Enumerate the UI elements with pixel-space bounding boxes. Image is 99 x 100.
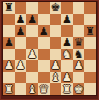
square-c1[interactable]: ♝: [26, 83, 38, 95]
white-pawn[interactable]: ♟: [16, 60, 26, 71]
square-h3[interactable]: [84, 60, 96, 72]
square-g1[interactable]: ♚: [73, 83, 85, 95]
square-a3[interactable]: ♟: [3, 60, 15, 72]
white-king[interactable]: ♚: [74, 83, 84, 94]
square-e5[interactable]: [50, 37, 62, 49]
square-h8[interactable]: [84, 2, 96, 14]
black-pawn[interactable]: ♟: [39, 25, 49, 36]
square-b6[interactable]: ♟: [15, 25, 27, 37]
square-e4[interactable]: [50, 49, 62, 61]
white-pawn[interactable]: ♟: [62, 72, 72, 83]
square-b2[interactable]: [15, 72, 27, 84]
white-pawn[interactable]: ♟: [27, 49, 37, 60]
square-d7[interactable]: [38, 14, 50, 26]
square-e7[interactable]: [50, 14, 62, 26]
chess-board: ♜♚♟♟♟♟♟♜♟♟♛♟♞♞♟♟♟♟♝♟♜♝♛♜♚: [3, 2, 96, 95]
square-a4[interactable]: [3, 49, 15, 61]
white-pawn[interactable]: ♟: [50, 60, 60, 71]
white-rook[interactable]: ♜: [4, 83, 14, 94]
black-rook[interactable]: ♜: [4, 2, 14, 13]
white-rook[interactable]: ♜: [62, 83, 72, 94]
square-b1[interactable]: [15, 83, 27, 95]
white-knight[interactable]: ♞: [62, 49, 72, 60]
square-g4[interactable]: ♞: [73, 49, 85, 61]
square-d1[interactable]: ♛: [38, 83, 50, 95]
square-f6[interactable]: [61, 25, 73, 37]
square-f7[interactable]: ♟: [61, 14, 73, 26]
square-g7[interactable]: [73, 14, 85, 26]
square-b5[interactable]: [15, 37, 27, 49]
square-a2[interactable]: [3, 72, 15, 84]
square-e8[interactable]: ♚: [50, 2, 62, 14]
square-c5[interactable]: [26, 37, 38, 49]
black-rook[interactable]: ♜: [85, 25, 95, 36]
square-c2[interactable]: [26, 72, 38, 84]
square-d4[interactable]: [38, 49, 50, 61]
black-pawn[interactable]: ♟: [62, 14, 72, 25]
black-queen[interactable]: ♛: [74, 37, 84, 48]
square-d2[interactable]: [38, 72, 50, 84]
square-g6[interactable]: [73, 25, 85, 37]
square-d6[interactable]: ♟: [38, 25, 50, 37]
board-frame: ♜♚♟♟♟♟♟♜♟♟♛♟♞♞♟♟♟♟♝♟♜♝♛♜♚: [0, 0, 99, 100]
square-h7[interactable]: [84, 14, 96, 26]
white-pawn[interactable]: ♟: [74, 60, 84, 71]
black-king[interactable]: ♚: [50, 2, 60, 13]
square-h1[interactable]: [84, 83, 96, 95]
square-a1[interactable]: ♜: [3, 83, 15, 95]
black-pawn[interactable]: ♟: [27, 14, 37, 25]
square-h5[interactable]: [84, 37, 96, 49]
square-a7[interactable]: [3, 14, 15, 26]
black-pawn[interactable]: ♟: [62, 37, 72, 48]
square-d3[interactable]: [38, 60, 50, 72]
square-h2[interactable]: [84, 72, 96, 84]
square-e6[interactable]: [50, 25, 62, 37]
white-pawn[interactable]: ♟: [4, 60, 14, 71]
square-a8[interactable]: ♜: [3, 2, 15, 14]
square-g5[interactable]: ♛: [73, 37, 85, 49]
square-c7[interactable]: ♟: [26, 14, 38, 26]
square-h4[interactable]: [84, 49, 96, 61]
square-a6[interactable]: [3, 25, 15, 37]
black-pawn[interactable]: ♟: [16, 14, 26, 25]
white-queen[interactable]: ♛: [39, 83, 49, 94]
square-g8[interactable]: [73, 2, 85, 14]
square-e1[interactable]: [50, 83, 62, 95]
black-pawn[interactable]: ♟: [16, 25, 26, 36]
square-b3[interactable]: ♟: [15, 60, 27, 72]
square-f4[interactable]: ♞: [61, 49, 73, 61]
black-knight[interactable]: ♞: [74, 49, 84, 60]
square-d8[interactable]: [38, 2, 50, 14]
square-g3[interactable]: ♟: [73, 60, 85, 72]
square-e2[interactable]: ♝: [50, 72, 62, 84]
square-c3[interactable]: [26, 60, 38, 72]
black-pawn[interactable]: ♟: [4, 37, 14, 48]
white-bishop[interactable]: ♝: [27, 83, 37, 94]
square-d5[interactable]: [38, 37, 50, 49]
square-e3[interactable]: ♟: [50, 60, 62, 72]
square-f3[interactable]: [61, 60, 73, 72]
white-bishop[interactable]: ♝: [50, 72, 60, 83]
square-h6[interactable]: ♜: [84, 25, 96, 37]
square-f2[interactable]: ♟: [61, 72, 73, 84]
square-c4[interactable]: ♟: [26, 49, 38, 61]
square-b7[interactable]: ♟: [15, 14, 27, 26]
square-b4[interactable]: [15, 49, 27, 61]
square-g2[interactable]: [73, 72, 85, 84]
square-b8[interactable]: [15, 2, 27, 14]
square-c6[interactable]: [26, 25, 38, 37]
square-f5[interactable]: ♟: [61, 37, 73, 49]
square-f1[interactable]: ♜: [61, 83, 73, 95]
square-f8[interactable]: [61, 2, 73, 14]
square-a5[interactable]: ♟: [3, 37, 15, 49]
square-c8[interactable]: [26, 2, 38, 14]
